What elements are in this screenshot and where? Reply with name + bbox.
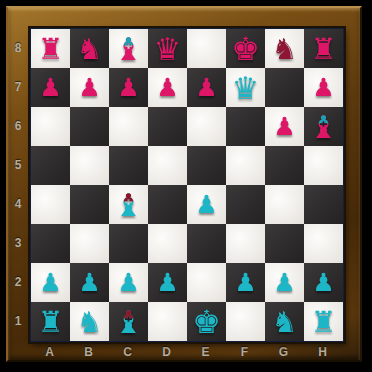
square-f6[interactable] <box>226 107 265 146</box>
square-g3[interactable] <box>265 224 304 263</box>
piece-black-pawn-h7[interactable]: ♟ <box>304 68 343 107</box>
square-f2[interactable]: ♟ <box>226 263 265 302</box>
square-h5[interactable] <box>304 146 343 185</box>
rank-labels: 87654321 <box>6 28 30 340</box>
square-c4[interactable]: ♝♝ <box>109 185 148 224</box>
piece-black-knight-g8[interactable]: ♞ <box>265 29 304 68</box>
square-h8[interactable]: ♜ <box>304 29 343 68</box>
piece-white-pawn-h2[interactable]: ♟ <box>304 263 343 302</box>
bishop-top-accent: ♝ <box>304 107 343 146</box>
square-a8[interactable]: ♜ <box>31 29 70 68</box>
file-label-E: E <box>186 340 225 364</box>
square-h1[interactable]: ♜ <box>304 302 343 341</box>
rank-label-3: 3 <box>6 223 30 262</box>
piece-white-queen-f7[interactable]: ♛ <box>226 68 265 107</box>
piece-black-bishop-c8[interactable]: ♝♝ <box>109 29 148 68</box>
square-f5[interactable] <box>226 146 265 185</box>
square-d7[interactable]: ♟ <box>148 68 187 107</box>
square-f4[interactable] <box>226 185 265 224</box>
square-b8[interactable]: ♞ <box>70 29 109 68</box>
square-a5[interactable] <box>31 146 70 185</box>
square-a1[interactable]: ♜ <box>31 302 70 341</box>
bishop-top-accent: ♝ <box>109 302 148 341</box>
square-b4[interactable] <box>70 185 109 224</box>
square-d2[interactable]: ♟ <box>148 263 187 302</box>
square-b1[interactable]: ♞ <box>70 302 109 341</box>
square-g8[interactable]: ♞ <box>265 29 304 68</box>
rank-label-7: 7 <box>6 67 30 106</box>
piece-black-rook-a8[interactable]: ♜ <box>31 29 70 68</box>
square-g4[interactable] <box>265 185 304 224</box>
square-e1[interactable]: ♚ <box>187 302 226 341</box>
bishop-top-accent: ♝ <box>109 29 148 68</box>
chess-app-window: 87654321 ABCDEFGH ♜♞♝♝♛♚♞♜♟♟♟♟♟♛♟♟♝♝♝♝♟♟… <box>0 0 372 372</box>
piece-white-pawn-c2[interactable]: ♟ <box>109 263 148 302</box>
piece-white-pawn-g2[interactable]: ♟ <box>265 263 304 302</box>
square-g7[interactable] <box>265 68 304 107</box>
square-h2[interactable]: ♟ <box>304 263 343 302</box>
piece-black-knight-b8[interactable]: ♞ <box>70 29 109 68</box>
square-d3[interactable] <box>148 224 187 263</box>
square-f1[interactable] <box>226 302 265 341</box>
piece-white-rook-h1[interactable]: ♜ <box>304 302 343 341</box>
rank-label-2: 2 <box>6 262 30 301</box>
piece-black-bishop-h6[interactable]: ♝♝ <box>304 107 343 146</box>
piece-black-pawn-d7[interactable]: ♟ <box>148 68 187 107</box>
square-c5[interactable] <box>109 146 148 185</box>
square-d4[interactable] <box>148 185 187 224</box>
square-f7[interactable]: ♛ <box>226 68 265 107</box>
rank-label-4: 4 <box>6 184 30 223</box>
piece-black-king-f8[interactable]: ♚ <box>226 29 265 68</box>
square-e2[interactable] <box>187 263 226 302</box>
square-d5[interactable] <box>148 146 187 185</box>
square-e4[interactable]: ♟ <box>187 185 226 224</box>
file-label-B: B <box>69 340 108 364</box>
square-a3[interactable] <box>31 224 70 263</box>
square-h4[interactable] <box>304 185 343 224</box>
piece-white-pawn-a2[interactable]: ♟ <box>31 263 70 302</box>
piece-black-pawn-b7[interactable]: ♟ <box>70 68 109 107</box>
bishop-top-accent: ♝ <box>109 185 148 224</box>
piece-black-pawn-g6[interactable]: ♟ <box>265 107 304 146</box>
square-b2[interactable]: ♟ <box>70 263 109 302</box>
piece-white-rook-a1[interactable]: ♜ <box>31 302 70 341</box>
square-e5[interactable] <box>187 146 226 185</box>
piece-white-pawn-d2[interactable]: ♟ <box>148 263 187 302</box>
file-label-G: G <box>264 340 303 364</box>
piece-black-rook-h8[interactable]: ♜ <box>304 29 343 68</box>
piece-black-queen-d8[interactable]: ♛ <box>148 29 187 68</box>
piece-white-knight-g1[interactable]: ♞ <box>265 302 304 341</box>
square-h3[interactable] <box>304 224 343 263</box>
square-g5[interactable] <box>265 146 304 185</box>
square-c2[interactable]: ♟ <box>109 263 148 302</box>
piece-black-pawn-c7[interactable]: ♟ <box>109 68 148 107</box>
square-c3[interactable] <box>109 224 148 263</box>
square-b5[interactable] <box>70 146 109 185</box>
square-c7[interactable]: ♟ <box>109 68 148 107</box>
rank-label-1: 1 <box>6 301 30 340</box>
square-d8[interactable]: ♛ <box>148 29 187 68</box>
square-e6[interactable] <box>187 107 226 146</box>
file-labels: ABCDEFGH <box>30 340 342 364</box>
piece-black-pawn-e7[interactable]: ♟ <box>187 68 226 107</box>
square-h6[interactable]: ♝♝ <box>304 107 343 146</box>
square-e3[interactable] <box>187 224 226 263</box>
piece-white-bishop-c1[interactable]: ♝♝ <box>109 302 148 341</box>
square-c1[interactable]: ♝♝ <box>109 302 148 341</box>
rank-label-5: 5 <box>6 145 30 184</box>
square-f8[interactable]: ♚ <box>226 29 265 68</box>
rank-label-8: 8 <box>6 28 30 67</box>
file-label-A: A <box>30 340 69 364</box>
chess-board: ♜♞♝♝♛♚♞♜♟♟♟♟♟♛♟♟♝♝♝♝♟♟♟♟♟♟♟♟♜♞♝♝♚♞♜ <box>30 28 344 342</box>
square-a6[interactable] <box>31 107 70 146</box>
square-c6[interactable] <box>109 107 148 146</box>
square-d1[interactable] <box>148 302 187 341</box>
square-c8[interactable]: ♝♝ <box>109 29 148 68</box>
square-h7[interactable]: ♟ <box>304 68 343 107</box>
square-f3[interactable] <box>226 224 265 263</box>
piece-white-king-e1[interactable]: ♚ <box>187 302 226 341</box>
piece-white-pawn-e4[interactable]: ♟ <box>187 185 226 224</box>
square-e8[interactable] <box>187 29 226 68</box>
file-label-C: C <box>108 340 147 364</box>
square-e7[interactable]: ♟ <box>187 68 226 107</box>
file-label-F: F <box>225 340 264 364</box>
file-label-H: H <box>303 340 342 364</box>
piece-black-pawn-a7[interactable]: ♟ <box>31 68 70 107</box>
square-b6[interactable] <box>70 107 109 146</box>
piece-white-pawn-f2[interactable]: ♟ <box>226 263 265 302</box>
square-b3[interactable] <box>70 224 109 263</box>
square-g6[interactable]: ♟ <box>265 107 304 146</box>
piece-white-bishop-c4[interactable]: ♝♝ <box>109 185 148 224</box>
square-d6[interactable] <box>148 107 187 146</box>
square-b7[interactable]: ♟ <box>70 68 109 107</box>
square-a2[interactable]: ♟ <box>31 263 70 302</box>
square-a4[interactable] <box>31 185 70 224</box>
square-g1[interactable]: ♞ <box>265 302 304 341</box>
square-g2[interactable]: ♟ <box>265 263 304 302</box>
piece-white-knight-b1[interactable]: ♞ <box>70 302 109 341</box>
piece-white-pawn-b2[interactable]: ♟ <box>70 263 109 302</box>
square-a7[interactable]: ♟ <box>31 68 70 107</box>
rank-label-6: 6 <box>6 106 30 145</box>
file-label-D: D <box>147 340 186 364</box>
